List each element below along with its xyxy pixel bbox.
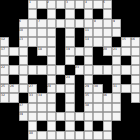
cell-7-12[interactable] xyxy=(112,65,121,74)
block-13-8 xyxy=(75,121,84,130)
clue-number-34: 34 xyxy=(38,93,42,96)
block-0-12 xyxy=(112,0,121,9)
cell-5-13[interactable] xyxy=(121,47,130,56)
cell-13-3[interactable] xyxy=(28,121,37,130)
cell-9-13[interactable] xyxy=(121,84,130,93)
block-3-13 xyxy=(121,28,130,37)
cell-3-10[interactable] xyxy=(93,28,102,37)
block-8-6 xyxy=(56,75,65,84)
cell-9-2[interactable] xyxy=(19,84,28,93)
cell-2-12[interactable]: 9 xyxy=(112,19,121,28)
cell-7-1[interactable] xyxy=(9,65,18,74)
cell-3-9[interactable]: 11 xyxy=(84,28,93,37)
cell-11-2[interactable]: 37 xyxy=(19,103,28,112)
cell-14-3[interactable]: 40 xyxy=(28,131,37,140)
block-11-13 xyxy=(121,103,130,112)
cell-4-7[interactable] xyxy=(65,37,74,46)
block-4-8 xyxy=(75,37,84,46)
cell-2-4[interactable]: 7 xyxy=(37,19,46,28)
cell-2-8[interactable] xyxy=(75,19,84,28)
cell-9-1[interactable]: 26 xyxy=(9,84,18,93)
cell-10-1[interactable] xyxy=(9,93,18,102)
clue-number-4: 4 xyxy=(85,0,87,3)
cell-8-0[interactable] xyxy=(0,75,9,84)
cell-5-7[interactable]: 19 xyxy=(65,47,74,56)
block-13-4 xyxy=(37,121,46,130)
cell-12-9[interactable] xyxy=(84,112,93,121)
cell-2-2[interactable]: 6 xyxy=(19,19,28,28)
cell-4-3[interactable] xyxy=(28,37,37,46)
cell-4-5[interactable] xyxy=(47,37,56,46)
cell-8-2[interactable] xyxy=(19,75,28,84)
block-0-13 xyxy=(121,0,130,9)
cell-0-10[interactable] xyxy=(93,0,102,9)
block-8-4 xyxy=(37,75,46,84)
block-12-1 xyxy=(9,112,18,121)
cell-9-3[interactable]: 27 xyxy=(28,84,37,93)
clue-number-36: 36 xyxy=(103,93,107,96)
block-12-14 xyxy=(131,112,140,121)
block-12-13 xyxy=(121,112,130,121)
block-1-6 xyxy=(56,9,65,18)
block-0-1 xyxy=(9,0,18,9)
block-9-8 xyxy=(75,84,84,93)
cell-12-4[interactable] xyxy=(37,112,46,121)
clue-number-9: 9 xyxy=(113,19,115,22)
cell-2-3[interactable] xyxy=(28,19,37,28)
block-6-8 xyxy=(75,56,84,65)
block-3-14 xyxy=(131,28,140,37)
block-12-0 xyxy=(0,112,9,121)
cell-14-8[interactable] xyxy=(75,131,84,140)
block-13-12 xyxy=(112,121,121,130)
block-0-14 xyxy=(131,0,140,9)
cell-12-5[interactable] xyxy=(47,112,56,121)
cell-2-7[interactable] xyxy=(65,19,74,28)
clue-number-33: 33 xyxy=(29,93,33,96)
block-13-2 xyxy=(19,121,28,130)
block-3-8 xyxy=(75,28,84,37)
block-10-8 xyxy=(75,93,84,102)
block-6-4 xyxy=(37,56,46,65)
cell-3-12[interactable] xyxy=(112,28,121,37)
block-1-4 xyxy=(37,9,46,18)
cell-8-9[interactable] xyxy=(84,75,93,84)
cell-4-10[interactable] xyxy=(93,37,102,46)
block-1-8 xyxy=(75,9,84,18)
block-1-0 xyxy=(0,9,9,18)
block-0-2 xyxy=(19,0,28,9)
clue-number-24: 24 xyxy=(66,75,70,78)
cell-6-0[interactable] xyxy=(0,56,9,65)
cell-2-5[interactable] xyxy=(47,19,56,28)
cell-7-9[interactable] xyxy=(84,65,93,74)
clue-number-26: 26 xyxy=(10,84,14,87)
clue-number-25: 25 xyxy=(1,84,5,87)
cell-5-0[interactable]: 17 xyxy=(0,47,9,56)
block-13-6 xyxy=(56,121,65,130)
cell-3-5[interactable] xyxy=(47,28,56,37)
cell-4-0[interactable]: 12 xyxy=(0,37,9,46)
block-2-0 xyxy=(0,19,9,28)
clue-number-30: 30 xyxy=(94,84,98,87)
cell-1-7[interactable] xyxy=(65,9,74,18)
clue-number-6: 6 xyxy=(19,19,21,22)
cell-9-9[interactable]: 29 xyxy=(84,84,93,93)
cell-9-0[interactable]: 25 xyxy=(0,84,9,93)
cell-11-12[interactable] xyxy=(112,103,121,112)
cell-10-3[interactable]: 33 xyxy=(28,93,37,102)
block-6-6 xyxy=(56,56,65,65)
cell-11-4[interactable] xyxy=(37,103,46,112)
block-8-10 xyxy=(93,75,102,84)
cell-8-7[interactable]: 24 xyxy=(65,75,74,84)
block-6-3 xyxy=(28,56,37,65)
clue-number-21: 21 xyxy=(113,47,117,50)
clue-number-7: 7 xyxy=(38,19,40,22)
cell-4-2[interactable]: 13 xyxy=(19,37,28,46)
block-4-6 xyxy=(56,37,65,46)
cell-9-12[interactable]: 31 xyxy=(112,84,121,93)
clue-number-27: 27 xyxy=(29,84,33,87)
clue-number-29: 29 xyxy=(85,84,89,87)
cell-10-14[interactable] xyxy=(131,93,140,102)
cell-0-5[interactable]: 2 xyxy=(47,0,56,9)
block-2-13 xyxy=(121,19,130,28)
cell-7-5[interactable] xyxy=(47,65,56,74)
clue-number-22: 22 xyxy=(1,65,5,68)
cell-11-11[interactable] xyxy=(103,103,112,112)
clue-number-14: 14 xyxy=(85,37,89,40)
cell-10-9[interactable]: 35 xyxy=(84,93,93,102)
clue-number-2: 2 xyxy=(47,0,49,3)
cell-0-3[interactable]: 1 xyxy=(28,0,37,9)
cell-5-1[interactable] xyxy=(9,47,18,56)
clue-number-38: 38 xyxy=(85,103,89,106)
cell-5-9[interactable] xyxy=(84,47,93,56)
cell-7-0[interactable]: 22 xyxy=(0,65,9,74)
cell-3-11[interactable] xyxy=(103,28,112,37)
clue-number-15: 15 xyxy=(122,37,126,40)
clue-number-20: 20 xyxy=(103,47,107,50)
block-8-3 xyxy=(28,75,37,84)
cell-3-3[interactable] xyxy=(28,28,37,37)
cell-8-14[interactable] xyxy=(131,75,140,84)
cell-9-14[interactable] xyxy=(131,84,140,93)
cell-1-5[interactable] xyxy=(47,9,56,18)
clue-number-10: 10 xyxy=(19,28,23,31)
cell-7-10[interactable] xyxy=(93,65,102,74)
clue-number-17: 17 xyxy=(1,47,5,50)
cell-10-11[interactable]: 36 xyxy=(103,93,112,102)
block-3-1 xyxy=(9,28,18,37)
block-14-0 xyxy=(0,131,9,140)
cell-0-9[interactable]: 4 xyxy=(84,0,93,9)
cell-10-4[interactable]: 34 xyxy=(37,93,46,102)
cell-0-8[interactable] xyxy=(75,0,84,9)
cell-1-3[interactable] xyxy=(28,9,37,18)
block-6-11 xyxy=(103,56,112,65)
cell-14-4[interactable] xyxy=(37,131,46,140)
cell-9-7[interactable] xyxy=(65,84,74,93)
block-10-6 xyxy=(56,93,65,102)
cell-14-9[interactable] xyxy=(84,131,93,140)
cell-7-2[interactable] xyxy=(19,65,28,74)
cell-13-9[interactable] xyxy=(84,121,93,130)
clue-number-19: 19 xyxy=(66,47,70,50)
block-5-6 xyxy=(56,47,65,56)
block-11-8 xyxy=(75,103,84,112)
cell-10-7[interactable] xyxy=(65,93,74,102)
block-5-10 xyxy=(93,47,102,56)
cell-14-5[interactable] xyxy=(47,131,56,140)
clue-number-28: 28 xyxy=(47,84,51,87)
block-2-14 xyxy=(131,19,140,28)
block-4-1 xyxy=(9,37,18,46)
cell-12-6[interactable] xyxy=(56,112,65,121)
block-11-1 xyxy=(9,103,18,112)
block-4-12 xyxy=(112,37,121,46)
block-3-0 xyxy=(0,28,9,37)
block-14-1 xyxy=(9,131,18,140)
cell-0-6[interactable] xyxy=(56,0,65,9)
block-5-3 xyxy=(28,47,37,56)
cell-8-12[interactable] xyxy=(112,75,121,84)
cell-10-0[interactable]: 32 xyxy=(0,93,9,102)
cell-7-13[interactable] xyxy=(121,65,130,74)
block-13-1 xyxy=(9,121,18,130)
block-13-10 xyxy=(93,121,102,130)
cell-3-7[interactable] xyxy=(65,28,74,37)
block-14-2 xyxy=(19,131,28,140)
cell-11-7[interactable] xyxy=(65,103,74,112)
clue-number-18: 18 xyxy=(38,47,42,50)
cell-7-8[interactable]: 23 xyxy=(75,65,84,74)
clue-number-37: 37 xyxy=(19,103,23,106)
cell-5-5[interactable] xyxy=(47,47,56,56)
block-9-4 xyxy=(37,84,46,93)
block-1-12 xyxy=(112,9,121,18)
cell-0-11[interactable]: 5 xyxy=(103,0,112,9)
cell-9-5[interactable]: 28 xyxy=(47,84,56,93)
cell-5-11[interactable]: 20 xyxy=(103,47,112,56)
clue-number-35: 35 xyxy=(85,93,89,96)
cell-11-3[interactable] xyxy=(28,103,37,112)
cell-12-12[interactable] xyxy=(112,112,121,121)
clue-number-13: 13 xyxy=(19,37,23,40)
cell-8-5[interactable] xyxy=(47,75,56,84)
block-1-1 xyxy=(9,9,18,18)
block-11-6 xyxy=(56,103,65,112)
cell-7-3[interactable] xyxy=(28,65,37,74)
cell-11-5[interactable] xyxy=(47,103,56,112)
block-13-13 xyxy=(121,121,130,130)
cell-14-10[interactable] xyxy=(93,131,102,140)
block-7-7 xyxy=(65,65,74,74)
cell-4-13[interactable]: 15 xyxy=(121,37,130,46)
cell-7-14[interactable] xyxy=(131,65,140,74)
block-3-6 xyxy=(56,28,65,37)
cell-0-7[interactable]: 3 xyxy=(65,0,74,9)
block-2-1 xyxy=(9,19,18,28)
block-0-0 xyxy=(0,0,9,9)
cell-14-6[interactable] xyxy=(56,131,65,140)
clue-number-5: 5 xyxy=(103,0,105,3)
block-8-13 xyxy=(121,75,130,84)
cell-5-2[interactable] xyxy=(19,47,28,56)
block-1-13 xyxy=(121,9,130,18)
cell-7-6[interactable] xyxy=(56,65,65,74)
clue-number-1: 1 xyxy=(29,0,31,3)
cell-3-4[interactable] xyxy=(37,28,46,37)
clue-number-39: 39 xyxy=(19,112,23,115)
clue-number-31: 31 xyxy=(113,84,117,87)
block-6-13 xyxy=(121,56,130,65)
block-6-10 xyxy=(93,56,102,65)
block-10-2 xyxy=(19,93,28,102)
cell-2-9[interactable] xyxy=(84,19,93,28)
clue-number-32: 32 xyxy=(1,93,5,96)
cell-12-8[interactable] xyxy=(75,112,84,121)
cell-6-7[interactable] xyxy=(65,56,74,65)
cell-12-3[interactable] xyxy=(28,112,37,121)
block-9-11 xyxy=(103,84,112,93)
cell-13-5[interactable] xyxy=(47,121,56,130)
cell-1-11[interactable] xyxy=(103,9,112,18)
cell-6-14[interactable] xyxy=(131,56,140,65)
cell-2-11[interactable] xyxy=(103,19,112,28)
cell-14-11[interactable] xyxy=(103,131,112,140)
cell-11-10[interactable] xyxy=(93,103,102,112)
cell-9-10[interactable]: 30 xyxy=(93,84,102,93)
block-1-2 xyxy=(19,9,28,18)
cell-4-4[interactable] xyxy=(37,37,46,46)
cell-10-5[interactable] xyxy=(47,93,56,102)
block-6-1 xyxy=(9,56,18,65)
cell-4-11[interactable] xyxy=(103,37,112,46)
cell-0-4[interactable] xyxy=(37,0,46,9)
block-14-12 xyxy=(112,131,121,140)
block-8-1 xyxy=(9,75,18,84)
cell-10-12[interactable] xyxy=(112,93,121,102)
cell-7-11[interactable] xyxy=(103,65,112,74)
cell-6-12[interactable] xyxy=(112,56,121,65)
cell-2-6[interactable] xyxy=(56,19,65,28)
clue-number-23: 23 xyxy=(75,65,79,68)
cell-11-9[interactable]: 38 xyxy=(84,103,93,112)
cell-5-12[interactable]: 21 xyxy=(112,47,121,56)
cell-5-8[interactable] xyxy=(75,47,84,56)
block-14-14 xyxy=(131,131,140,140)
clue-number-11: 11 xyxy=(85,28,89,31)
clue-number-16: 16 xyxy=(131,37,135,40)
cell-13-11[interactable] xyxy=(103,121,112,130)
block-13-14 xyxy=(131,121,140,130)
cell-4-9[interactable]: 14 xyxy=(84,37,93,46)
block-1-14 xyxy=(131,9,140,18)
cell-1-9[interactable] xyxy=(84,9,93,18)
cell-10-10[interactable] xyxy=(93,93,102,102)
block-14-13 xyxy=(121,131,130,140)
cell-13-7[interactable] xyxy=(65,121,74,130)
clue-number-8: 8 xyxy=(94,19,96,22)
block-1-10 xyxy=(93,9,102,18)
clue-number-40: 40 xyxy=(29,131,33,134)
block-11-0 xyxy=(0,103,9,112)
cell-2-10[interactable]: 8 xyxy=(93,19,102,28)
cell-12-7[interactable] xyxy=(65,112,74,121)
crossword-board: 1234567891011121314151617181920212223242… xyxy=(0,0,140,140)
cell-7-4[interactable] xyxy=(37,65,46,74)
cell-12-2[interactable]: 39 xyxy=(19,112,28,121)
block-10-13 xyxy=(121,93,130,102)
block-11-14 xyxy=(131,103,140,112)
clue-number-3: 3 xyxy=(66,0,68,3)
cell-9-6[interactable] xyxy=(56,84,65,93)
cell-12-10[interactable] xyxy=(93,112,102,121)
block-8-8 xyxy=(75,75,84,84)
cell-12-11[interactable] xyxy=(103,112,112,121)
cell-4-14[interactable]: 16 xyxy=(131,37,140,46)
clue-number-12: 12 xyxy=(1,37,5,40)
cell-3-2[interactable]: 10 xyxy=(19,28,28,37)
cell-5-4[interactable]: 18 xyxy=(37,47,46,56)
block-8-11 xyxy=(103,75,112,84)
block-13-0 xyxy=(0,121,9,130)
cell-5-14[interactable] xyxy=(131,47,140,56)
cell-6-9[interactable] xyxy=(84,56,93,65)
cell-6-5[interactable] xyxy=(47,56,56,65)
cell-6-2[interactable] xyxy=(19,56,28,65)
cell-14-7[interactable] xyxy=(65,131,74,140)
